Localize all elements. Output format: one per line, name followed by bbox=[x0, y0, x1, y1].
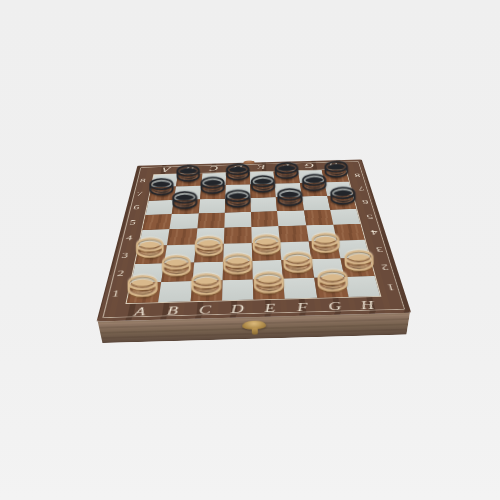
file-label-top-f: F bbox=[273, 162, 298, 171]
piece-light-f2[interactable]: ⛂ bbox=[282, 233, 314, 279]
square-a1[interactable]: ⛂ bbox=[127, 282, 162, 303]
rank-label-right-8: 8 bbox=[347, 168, 368, 181]
piece-light-g1[interactable]: ⛂ bbox=[315, 251, 348, 299]
piece-light-d2[interactable]: ⛂ bbox=[221, 235, 252, 281]
square-d2[interactable]: ⛂ bbox=[222, 261, 252, 281]
square-g7[interactable]: ⛂ bbox=[299, 182, 326, 196]
square-f2[interactable]: ⛂ bbox=[282, 259, 314, 279]
file-label-bottom-d: D bbox=[221, 301, 254, 317]
square-e7[interactable]: ⛂ bbox=[250, 184, 276, 198]
square-e6[interactable] bbox=[251, 197, 278, 212]
piece-dark-f6[interactable]: ⛂ bbox=[276, 172, 304, 211]
square-d1[interactable] bbox=[222, 279, 254, 300]
board-squares-grid: ⛂⛂⛂⛂⛂⛂⛂⛂⛂⛂⛂⛂⛂⛂⛂⛂⛂⛂⛂⛂⛂⛂⛂⛂ bbox=[125, 169, 381, 304]
file-label-top-d: D bbox=[226, 163, 250, 172]
rank-label-right-5: 5 bbox=[358, 208, 381, 224]
square-c6[interactable] bbox=[198, 198, 225, 213]
file-label-bottom-f: F bbox=[285, 299, 319, 315]
file-label-bottom-h: H bbox=[350, 298, 386, 314]
rank-label-right-2: 2 bbox=[372, 257, 398, 276]
camera-tilt-wrapper: ⛂⛂⛂⛂⛂⛂⛂⛂⛂⛂⛂⛂⛂⛂⛂⛂⛂⛂⛂⛂⛂⛂⛂⛂ ABCDEFGH ABCDEF… bbox=[0, 0, 500, 500]
square-b6[interactable]: ⛂ bbox=[172, 199, 200, 214]
file-label-top-e: E bbox=[250, 162, 274, 171]
checkers-board: ⛂⛂⛂⛂⛂⛂⛂⛂⛂⛂⛂⛂⛂⛂⛂⛂⛂⛂⛂⛂⛂⛂⛂⛂ ABCDEFGH ABCDEF… bbox=[97, 159, 412, 321]
piece-dark-b6[interactable]: ⛂ bbox=[171, 175, 198, 214]
square-g6[interactable] bbox=[301, 196, 329, 211]
square-f6[interactable]: ⛂ bbox=[276, 196, 304, 211]
file-label-bottom-g: G bbox=[318, 298, 353, 314]
rank-label-left-6: 6 bbox=[125, 200, 146, 215]
square-e1[interactable]: ⛂ bbox=[253, 278, 285, 299]
piece-dark-d6[interactable]: ⛂ bbox=[224, 174, 251, 213]
file-label-bottom-e: E bbox=[253, 300, 286, 316]
brass-clasp-icon bbox=[242, 320, 266, 329]
rank-label-right-1: 1 bbox=[377, 276, 405, 297]
rank-label-right-7: 7 bbox=[351, 181, 372, 195]
square-f5[interactable] bbox=[277, 210, 306, 226]
square-d6[interactable]: ⛂ bbox=[225, 198, 251, 213]
square-h6[interactable]: ⛂ bbox=[327, 195, 356, 210]
piece-light-e1[interactable]: ⛂ bbox=[252, 252, 285, 300]
square-d5[interactable] bbox=[224, 212, 251, 228]
rank-label-right-6: 6 bbox=[354, 194, 376, 209]
piece-light-b2[interactable]: ⛂ bbox=[161, 237, 192, 283]
file-label-top-a: A bbox=[154, 165, 179, 174]
file-label-bottom-c: C bbox=[188, 302, 221, 318]
perspective-scene: ⛂⛂⛂⛂⛂⛂⛂⛂⛂⛂⛂⛂⛂⛂⛂⛂⛂⛂⛂⛂⛂⛂⛂⛂ ABCDEFGH ABCDEF… bbox=[117, 92, 386, 361]
file-label-top-g: G bbox=[297, 161, 322, 170]
square-c1[interactable]: ⛂ bbox=[190, 280, 222, 301]
file-label-bottom-b: B bbox=[155, 303, 189, 319]
file-label-top-c: C bbox=[202, 164, 226, 173]
file-label-top-h: H bbox=[320, 160, 346, 169]
product-photo-background: ⛂⛂⛂⛂⛂⛂⛂⛂⛂⛂⛂⛂⛂⛂⛂⛂⛂⛂⛂⛂⛂⛂⛂⛂ ABCDEFGH ABCDEF… bbox=[0, 0, 500, 500]
piece-light-c1[interactable]: ⛂ bbox=[189, 254, 222, 302]
square-g1[interactable]: ⛂ bbox=[314, 277, 349, 298]
piece-light-a1[interactable]: ⛂ bbox=[126, 256, 158, 304]
file-label-bottom-a: A bbox=[122, 304, 157, 320]
square-c7[interactable]: ⛂ bbox=[200, 185, 226, 199]
square-b1[interactable] bbox=[158, 281, 192, 302]
file-label-top-b: B bbox=[178, 164, 203, 173]
square-f1[interactable] bbox=[283, 278, 316, 299]
